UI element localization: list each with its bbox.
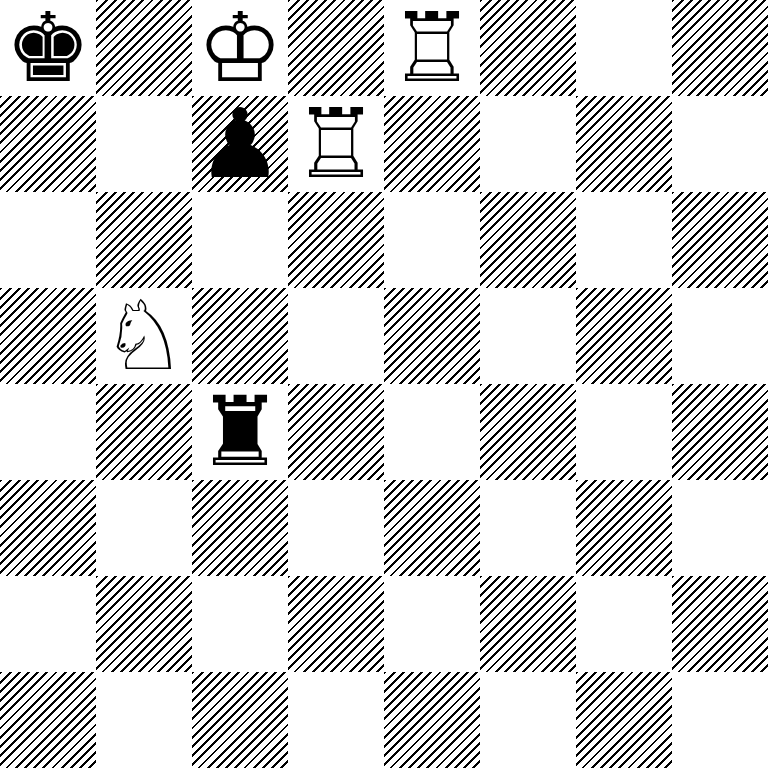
square-f4[interactable] <box>480 384 576 480</box>
square-d3[interactable] <box>288 480 384 576</box>
square-g7[interactable] <box>576 96 672 192</box>
square-f7[interactable] <box>480 96 576 192</box>
square-b5[interactable]: ♘ <box>96 288 192 384</box>
square-a8[interactable]: ♚ <box>0 0 96 96</box>
square-d1[interactable] <box>288 672 384 768</box>
black-king: ♚ <box>5 0 91 96</box>
square-g5[interactable] <box>576 288 672 384</box>
chess-board: ♚♔♖♟♖♘♜ <box>0 0 768 768</box>
square-h5[interactable] <box>672 288 768 384</box>
square-a4[interactable] <box>0 384 96 480</box>
square-f5[interactable] <box>480 288 576 384</box>
square-h3[interactable] <box>672 480 768 576</box>
square-h1[interactable] <box>672 672 768 768</box>
square-b8[interactable] <box>96 0 192 96</box>
square-f1[interactable] <box>480 672 576 768</box>
square-a6[interactable] <box>0 192 96 288</box>
square-c5[interactable] <box>192 288 288 384</box>
square-a1[interactable] <box>0 672 96 768</box>
square-e4[interactable] <box>384 384 480 480</box>
square-b4[interactable] <box>96 384 192 480</box>
square-g4[interactable] <box>576 384 672 480</box>
square-c8[interactable]: ♔ <box>192 0 288 96</box>
square-e5[interactable] <box>384 288 480 384</box>
square-e2[interactable] <box>384 576 480 672</box>
square-b6[interactable] <box>96 192 192 288</box>
square-b2[interactable] <box>96 576 192 672</box>
square-f8[interactable] <box>480 0 576 96</box>
black-pawn: ♟ <box>197 96 283 192</box>
white-knight: ♘ <box>101 288 187 384</box>
square-a2[interactable] <box>0 576 96 672</box>
square-c2[interactable] <box>192 576 288 672</box>
square-d2[interactable] <box>288 576 384 672</box>
square-e3[interactable] <box>384 480 480 576</box>
square-d5[interactable] <box>288 288 384 384</box>
square-h2[interactable] <box>672 576 768 672</box>
square-a7[interactable] <box>0 96 96 192</box>
square-g8[interactable] <box>576 0 672 96</box>
square-a5[interactable] <box>0 288 96 384</box>
square-d8[interactable] <box>288 0 384 96</box>
square-e7[interactable] <box>384 96 480 192</box>
white-rook: ♖ <box>293 96 379 192</box>
square-e8[interactable]: ♖ <box>384 0 480 96</box>
square-g2[interactable] <box>576 576 672 672</box>
square-e1[interactable] <box>384 672 480 768</box>
square-e6[interactable] <box>384 192 480 288</box>
square-c7[interactable]: ♟ <box>192 96 288 192</box>
square-b1[interactable] <box>96 672 192 768</box>
square-a3[interactable] <box>0 480 96 576</box>
black-rook: ♜ <box>197 384 283 480</box>
square-f3[interactable] <box>480 480 576 576</box>
square-c1[interactable] <box>192 672 288 768</box>
square-c4[interactable]: ♜ <box>192 384 288 480</box>
square-c6[interactable] <box>192 192 288 288</box>
square-d4[interactable] <box>288 384 384 480</box>
square-b3[interactable] <box>96 480 192 576</box>
square-d7[interactable]: ♖ <box>288 96 384 192</box>
white-rook: ♖ <box>389 0 475 96</box>
square-h4[interactable] <box>672 384 768 480</box>
square-h8[interactable] <box>672 0 768 96</box>
square-f2[interactable] <box>480 576 576 672</box>
square-g3[interactable] <box>576 480 672 576</box>
square-g1[interactable] <box>576 672 672 768</box>
square-h7[interactable] <box>672 96 768 192</box>
square-h6[interactable] <box>672 192 768 288</box>
white-king: ♔ <box>197 0 283 96</box>
square-d6[interactable] <box>288 192 384 288</box>
square-b7[interactable] <box>96 96 192 192</box>
square-g6[interactable] <box>576 192 672 288</box>
square-c3[interactable] <box>192 480 288 576</box>
square-f6[interactable] <box>480 192 576 288</box>
